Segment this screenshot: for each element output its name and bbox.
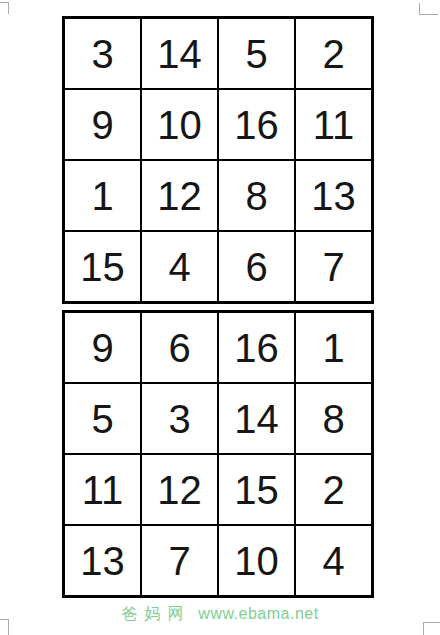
grid-cell: 8 xyxy=(218,160,295,231)
grid-cell: 14 xyxy=(141,18,218,90)
watermark: 爸妈网www.ebama.net xyxy=(0,604,440,625)
grid-cell: 3 xyxy=(64,18,142,90)
watermark-site-name: 爸妈网 xyxy=(121,605,190,622)
grid-row: 9 10 16 11 xyxy=(64,89,373,160)
grid-cell: 12 xyxy=(141,454,218,525)
grid-cell: 8 xyxy=(295,383,373,454)
grid-row: 3 14 5 2 xyxy=(64,18,373,90)
grid-cell: 9 xyxy=(64,312,142,384)
grid-row: 15 4 6 7 xyxy=(64,231,373,303)
grid-cell: 16 xyxy=(218,312,295,384)
grid-cell: 7 xyxy=(295,231,373,303)
text-boundary-mark-top-right xyxy=(419,3,438,15)
grid-cell: 13 xyxy=(64,525,142,597)
grid-cell: 5 xyxy=(218,18,295,90)
grid-cell: 14 xyxy=(218,383,295,454)
grid-row: 5 3 14 8 xyxy=(64,383,373,454)
schulte-grid-bottom: 9 6 16 1 5 3 14 8 11 12 15 2 13 7 10 4 xyxy=(62,310,374,598)
grid-row: 13 7 10 4 xyxy=(64,525,373,597)
grid-cell: 1 xyxy=(64,160,142,231)
grid-cell: 3 xyxy=(141,383,218,454)
grid-cell: 11 xyxy=(64,454,142,525)
grid-cell: 13 xyxy=(295,160,373,231)
grid-cell: 2 xyxy=(295,18,373,90)
grid-cell: 9 xyxy=(64,89,142,160)
grid-cell: 10 xyxy=(141,89,218,160)
grid-row: 1 12 8 13 xyxy=(64,160,373,231)
grid-cell: 2 xyxy=(295,454,373,525)
grid-cell: 7 xyxy=(141,525,218,597)
grid-row: 11 12 15 2 xyxy=(64,454,373,525)
grid-cell: 16 xyxy=(218,89,295,160)
grid-row: 9 6 16 1 xyxy=(64,312,373,384)
grid-cell: 4 xyxy=(295,525,373,597)
text-boundary-mark-top-left xyxy=(0,2,9,14)
grid-cell: 11 xyxy=(295,89,373,160)
watermark-site-url: www.ebama.net xyxy=(198,605,318,622)
grid-cell: 15 xyxy=(64,231,142,303)
grid-cell: 6 xyxy=(218,231,295,303)
grid-cell: 4 xyxy=(141,231,218,303)
grid-cell: 6 xyxy=(141,312,218,384)
grid-cell: 1 xyxy=(295,312,373,384)
grid-cell: 15 xyxy=(218,454,295,525)
schulte-grid-top: 3 14 5 2 9 10 16 11 1 12 8 13 15 4 6 7 xyxy=(62,16,374,304)
grid-cell: 5 xyxy=(64,383,142,454)
grid-cell: 10 xyxy=(218,525,295,597)
grid-cell: 12 xyxy=(141,160,218,231)
